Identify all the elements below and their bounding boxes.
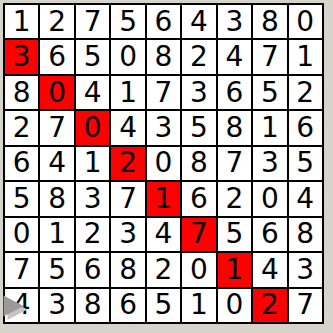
grid-cell-r9c1[interactable]: 4	[5, 289, 38, 322]
grid-cell-r8c4[interactable]: 8	[111, 253, 144, 286]
grid-cell-r2c4[interactable]: 0	[111, 40, 144, 73]
grid-cell-r6c2[interactable]: 8	[40, 182, 73, 215]
grid-cell-r5c1[interactable]: 6	[5, 147, 38, 180]
grid-cell-r9c2[interactable]: 3	[40, 289, 73, 322]
grid-cell-r5c7[interactable]: 7	[218, 147, 251, 180]
grid-cell-r8c2[interactable]: 5	[40, 253, 73, 286]
grid-cell-r9c4[interactable]: 6	[111, 289, 144, 322]
grid-cell-r8c3[interactable]: 6	[76, 253, 109, 286]
grid-cell-r2c9[interactable]: 1	[289, 40, 322, 73]
grid-cell-r3c2[interactable]: 0	[40, 76, 73, 109]
grid-cell-r6c1[interactable]: 5	[5, 182, 38, 215]
grid-cell-r3c7[interactable]: 6	[218, 76, 251, 109]
grid-cell-r7c8[interactable]: 6	[253, 218, 286, 251]
grid-cell-r7c9[interactable]: 8	[289, 218, 322, 251]
grid-cell-r5c6[interactable]: 8	[182, 147, 215, 180]
grid-cell-r6c5[interactable]: 1	[147, 182, 180, 215]
grid-cell-r7c3[interactable]: 2	[76, 218, 109, 251]
grid-cell-r8c1[interactable]: 7	[5, 253, 38, 286]
grid-cell-r7c7[interactable]: 5	[218, 218, 251, 251]
grid-cell-r6c3[interactable]: 3	[76, 182, 109, 215]
grid-cell-r4c5[interactable]: 3	[147, 111, 180, 144]
grid-cell-r2c8[interactable]: 7	[253, 40, 286, 73]
grid-cell-r5c9[interactable]: 5	[289, 147, 322, 180]
grid-cell-r9c3[interactable]: 8	[76, 289, 109, 322]
grid-cell-r2c6[interactable]: 2	[182, 40, 215, 73]
grid-cell-r1c9[interactable]: 0	[289, 5, 322, 38]
grid-cell-r9c5[interactable]: 5	[147, 289, 180, 322]
grid-cell-r5c3[interactable]: 1	[76, 147, 109, 180]
grid-cell-r7c2[interactable]: 1	[40, 218, 73, 251]
grid-cell-r3c3[interactable]: 4	[76, 76, 109, 109]
grid-cell-r3c1[interactable]: 8	[5, 76, 38, 109]
grid-cell-r5c2[interactable]: 4	[40, 147, 73, 180]
grid-cell-r8c8[interactable]: 4	[253, 253, 286, 286]
grid-cell-r5c5[interactable]: 0	[147, 147, 180, 180]
grid-cell-r2c2[interactable]: 6	[40, 40, 73, 73]
grid-cell-r4c9[interactable]: 6	[289, 111, 322, 144]
grid-cell-r3c8[interactable]: 5	[253, 76, 286, 109]
grid-cell-r1c6[interactable]: 4	[182, 5, 215, 38]
grid-cell-r6c7[interactable]: 2	[218, 182, 251, 215]
grid-cell-r1c3[interactable]: 7	[76, 5, 109, 38]
grid-cell-r1c4[interactable]: 5	[111, 5, 144, 38]
grid-cell-r4c6[interactable]: 5	[182, 111, 215, 144]
grid-cell-r2c5[interactable]: 8	[147, 40, 180, 73]
grid-cell-r7c5[interactable]: 4	[147, 218, 180, 251]
grid-cell-r7c4[interactable]: 3	[111, 218, 144, 251]
grid-cell-r8c6[interactable]: 0	[182, 253, 215, 286]
grid-cell-r1c5[interactable]: 6	[147, 5, 180, 38]
grid-cell-r6c8[interactable]: 0	[253, 182, 286, 215]
grid-cell-r4c7[interactable]: 8	[218, 111, 251, 144]
grid-cell-r4c3[interactable]: 0	[76, 111, 109, 144]
grid-cell-r9c7[interactable]: 0	[218, 289, 251, 322]
grid-cell-r4c2[interactable]: 7	[40, 111, 73, 144]
grid-cell-r4c1[interactable]: 2	[5, 111, 38, 144]
grid-cell-r7c1[interactable]: 0	[5, 218, 38, 251]
grid-cell-r1c8[interactable]: 8	[253, 5, 286, 38]
number-grid: 1275643803650824718041736522704358166412…	[3, 3, 324, 324]
grid-cell-r1c2[interactable]: 2	[40, 5, 73, 38]
grid-cell-r5c4[interactable]: 2	[111, 147, 144, 180]
grid-cell-r1c1[interactable]: 1	[5, 5, 38, 38]
grid-cell-r2c1[interactable]: 3	[5, 40, 38, 73]
grid-cell-r3c5[interactable]: 7	[147, 76, 180, 109]
grid-cell-r4c8[interactable]: 1	[253, 111, 286, 144]
grid-cell-r6c4[interactable]: 7	[111, 182, 144, 215]
grid-cell-r6c9[interactable]: 4	[289, 182, 322, 215]
grid-cell-r8c9[interactable]: 3	[289, 253, 322, 286]
grid-cell-r8c7[interactable]: 1	[218, 253, 251, 286]
grid-cell-r3c6[interactable]: 3	[182, 76, 215, 109]
grid-cell-r6c6[interactable]: 6	[182, 182, 215, 215]
grid-cell-r3c9[interactable]: 2	[289, 76, 322, 109]
grid-cell-r9c8[interactable]: 2	[253, 289, 286, 322]
grid-cell-r9c9[interactable]: 7	[289, 289, 322, 322]
grid-cell-r8c5[interactable]: 2	[147, 253, 180, 286]
grid-cell-r4c4[interactable]: 4	[111, 111, 144, 144]
grid-cell-r2c7[interactable]: 4	[218, 40, 251, 73]
grid-cell-r9c6[interactable]: 1	[182, 289, 215, 322]
grid-cell-r2c3[interactable]: 5	[76, 40, 109, 73]
grid-cell-r5c8[interactable]: 3	[253, 147, 286, 180]
grid-cell-r1c7[interactable]: 3	[218, 5, 251, 38]
grid-cell-r3c4[interactable]: 1	[111, 76, 144, 109]
grid-cell-r7c6[interactable]: 7	[182, 218, 215, 251]
